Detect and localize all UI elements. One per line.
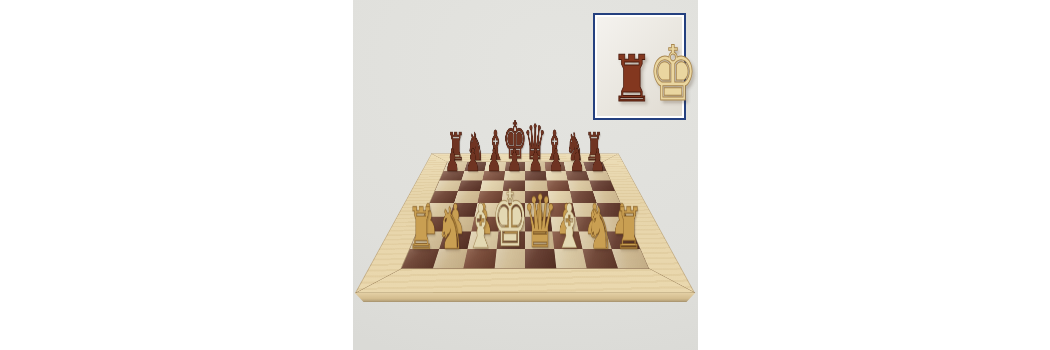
square-h6 <box>589 180 615 191</box>
page: { "game": "chess", "scene_description": … <box>0 0 1050 350</box>
square-b5 <box>454 191 480 203</box>
square-f5 <box>547 191 572 203</box>
square-c1 <box>463 249 496 269</box>
square-e7 <box>525 171 546 181</box>
square-c7 <box>482 171 504 181</box>
frame-miter-bottom-left <box>355 268 402 293</box>
inset-dark-rook: ♜ <box>611 47 652 111</box>
square-f8 <box>544 162 565 171</box>
square-d7 <box>504 171 525 181</box>
square-d8 <box>505 162 525 171</box>
square-f2 <box>552 231 583 248</box>
square-f6 <box>546 180 570 191</box>
square-e5 <box>525 191 549 203</box>
square-f4 <box>549 203 576 216</box>
square-e4 <box>525 203 550 216</box>
photo-strip: ♜♞♝♚♛♝♞♜♟♟♟♟♟♟♟♟♟♟♟♟♟♟♟♟♜♞♝♚♛♝♞♜ ♜ ♚ <box>353 0 698 350</box>
square-b2 <box>439 231 471 248</box>
inset-light-king: ♚ <box>649 36 698 112</box>
square-f3 <box>550 216 578 231</box>
piece-closeup-inset: ♜ ♚ <box>593 13 686 120</box>
square-b4 <box>449 203 477 216</box>
square-e3 <box>525 216 552 231</box>
square-d2 <box>496 231 525 248</box>
square-b8 <box>464 162 486 171</box>
frame-miter-bottom-right <box>648 268 695 293</box>
square-h1 <box>611 249 648 269</box>
square-e1 <box>525 249 556 269</box>
square-h7 <box>586 171 610 181</box>
square-f7 <box>545 171 567 181</box>
square-h5 <box>592 191 620 203</box>
square-d5 <box>501 191 525 203</box>
square-d4 <box>500 203 525 216</box>
square-b3 <box>444 216 474 231</box>
square-c5 <box>477 191 502 203</box>
square-c8 <box>484 162 505 171</box>
square-c6 <box>480 180 504 191</box>
square-d6 <box>503 180 525 191</box>
square-b6 <box>458 180 483 191</box>
square-d3 <box>498 216 525 231</box>
square-e6 <box>525 180 547 191</box>
square-e8 <box>525 162 545 171</box>
square-c2 <box>468 231 499 248</box>
board-front-edge <box>355 293 695 302</box>
board-grid <box>402 162 649 268</box>
square-b1 <box>433 249 468 269</box>
square-b7 <box>461 171 484 181</box>
square-c3 <box>471 216 499 231</box>
square-e2 <box>525 231 554 248</box>
square-f1 <box>554 249 587 269</box>
chessboard: ♜♞♝♚♛♝♞♜♟♟♟♟♟♟♟♟♟♟♟♟♟♟♟♟♜♞♝♚♛♝♞♜ <box>355 154 695 293</box>
square-d1 <box>494 249 525 269</box>
square-c4 <box>475 203 502 216</box>
square-h8 <box>583 162 606 171</box>
